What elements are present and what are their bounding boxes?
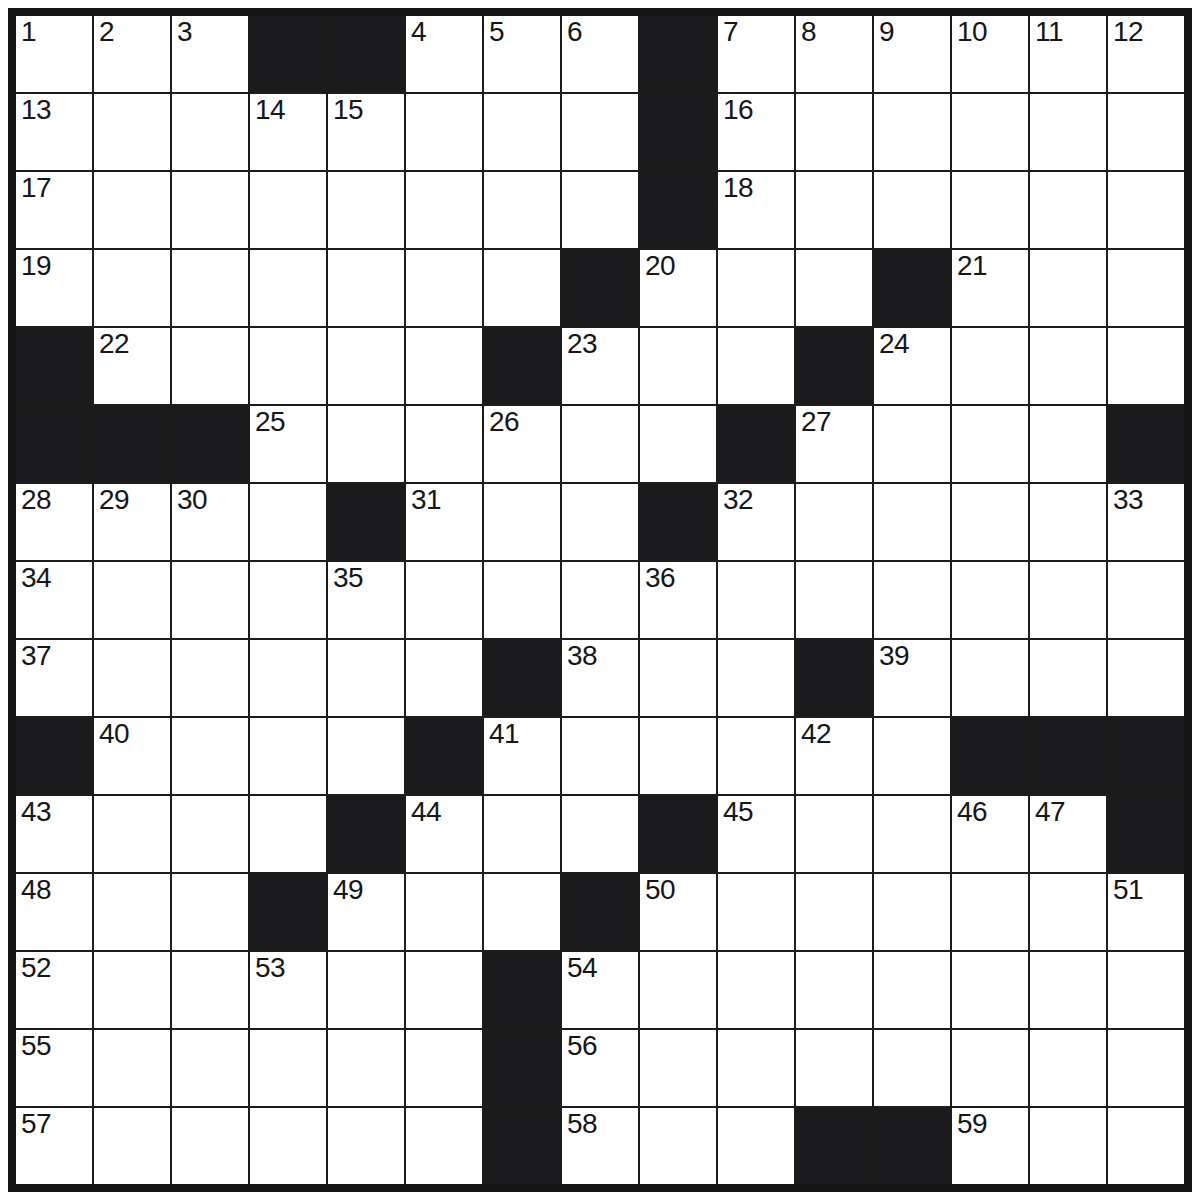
cell-r14c14[interactable]: [1030, 1030, 1106, 1106]
cell-r10c2[interactable]: 40: [94, 718, 170, 794]
clue-number-45: 45: [723, 797, 753, 826]
cell-r8c12[interactable]: [874, 562, 950, 638]
black-square-r10c1: [16, 718, 92, 794]
cell-r8c2[interactable]: [94, 562, 170, 638]
cell-r4c2[interactable]: [94, 250, 170, 326]
cell-r8c14[interactable]: [1030, 562, 1106, 638]
cell-r2c4[interactable]: 14: [250, 94, 326, 170]
clue-number-6: 6: [567, 17, 582, 46]
cell-r9c4[interactable]: [250, 640, 326, 716]
cell-r12c10[interactable]: [718, 874, 794, 950]
cell-r9c2[interactable]: [94, 640, 170, 716]
cell-r1c8[interactable]: 6: [562, 16, 638, 92]
cell-r7c11[interactable]: [796, 484, 872, 560]
cell-r5c8[interactable]: 23: [562, 328, 638, 404]
cell-r3c3[interactable]: [172, 172, 248, 248]
clue-number-23: 23: [567, 329, 597, 358]
cell-r15c14[interactable]: [1030, 1108, 1106, 1184]
black-square-r15c12: [874, 1108, 950, 1184]
cell-r3c1[interactable]: 17: [16, 172, 92, 248]
black-square-r4c8: [562, 250, 638, 326]
cell-r14c1[interactable]: 55: [16, 1030, 92, 1106]
cell-r12c3[interactable]: [172, 874, 248, 950]
black-square-r12c8: [562, 874, 638, 950]
cell-r11c12[interactable]: [874, 796, 950, 872]
cell-r14c15[interactable]: [1108, 1030, 1184, 1106]
cell-r10c10[interactable]: [718, 718, 794, 794]
black-square-r6c1: [16, 406, 92, 482]
cell-r6c7[interactable]: 26: [484, 406, 560, 482]
cell-r13c13[interactable]: [952, 952, 1028, 1028]
clue-number-13: 13: [21, 95, 51, 124]
cell-r12c9[interactable]: 50: [640, 874, 716, 950]
cell-r7c3[interactable]: 30: [172, 484, 248, 560]
clue-number-30: 30: [177, 485, 207, 514]
cell-r7c4[interactable]: [250, 484, 326, 560]
cell-r9c12[interactable]: 39: [874, 640, 950, 716]
clue-number-8: 8: [801, 17, 816, 46]
cell-r8c13[interactable]: [952, 562, 1028, 638]
black-square-r6c15: [1108, 406, 1184, 482]
cell-r13c6[interactable]: [406, 952, 482, 1028]
cell-r1c3[interactable]: 3: [172, 16, 248, 92]
cell-r15c4[interactable]: [250, 1108, 326, 1184]
cell-r8c1[interactable]: 34: [16, 562, 92, 638]
cell-r8c3[interactable]: [172, 562, 248, 638]
cell-r11c4[interactable]: [250, 796, 326, 872]
clue-number-49: 49: [333, 875, 363, 904]
clue-number-21: 21: [957, 251, 987, 280]
cell-r4c10[interactable]: [718, 250, 794, 326]
cell-r3c5[interactable]: [328, 172, 404, 248]
cell-r14c2[interactable]: [94, 1030, 170, 1106]
cell-r8c8[interactable]: [562, 562, 638, 638]
cell-r8c11[interactable]: [796, 562, 872, 638]
cell-r2c1[interactable]: 13: [16, 94, 92, 170]
black-square-r3c9: [640, 172, 716, 248]
cell-r1c10[interactable]: 7: [718, 16, 794, 92]
cell-r6c14[interactable]: [1030, 406, 1106, 482]
clue-number-14: 14: [255, 95, 285, 124]
cell-r2c8[interactable]: [562, 94, 638, 170]
black-square-r12c4: [250, 874, 326, 950]
cell-r4c4[interactable]: [250, 250, 326, 326]
black-square-r9c7: [484, 640, 560, 716]
cell-r1c1[interactable]: 1: [16, 16, 92, 92]
cell-r12c14[interactable]: [1030, 874, 1106, 950]
black-square-r7c5: [328, 484, 404, 560]
cell-r13c10[interactable]: [718, 952, 794, 1028]
cell-r12c1[interactable]: 48: [16, 874, 92, 950]
clue-number-1: 1: [21, 17, 36, 46]
black-square-r6c2: [94, 406, 170, 482]
clue-number-10: 10: [957, 17, 987, 46]
clue-number-19: 19: [21, 251, 51, 280]
cell-r2c10[interactable]: 16: [718, 94, 794, 170]
cell-r12c15[interactable]: 51: [1108, 874, 1184, 950]
cell-r1c7[interactable]: 5: [484, 16, 560, 92]
cell-r15c10[interactable]: [718, 1108, 794, 1184]
cell-r1c6[interactable]: 4: [406, 16, 482, 92]
cell-r8c6[interactable]: [406, 562, 482, 638]
cell-r6c5[interactable]: [328, 406, 404, 482]
cell-r14c13[interactable]: [952, 1030, 1028, 1106]
cell-r11c7[interactable]: [484, 796, 560, 872]
cell-r15c13[interactable]: 59: [952, 1108, 1028, 1184]
black-square-r11c5: [328, 796, 404, 872]
cell-r11c8[interactable]: [562, 796, 638, 872]
cell-r12c12[interactable]: [874, 874, 950, 950]
cell-r13c11[interactable]: [796, 952, 872, 1028]
black-square-r13c7: [484, 952, 560, 1028]
clue-number-25: 25: [255, 407, 285, 436]
clue-number-28: 28: [21, 485, 51, 514]
clue-number-37: 37: [21, 641, 51, 670]
cell-r1c13[interactable]: 10: [952, 16, 1028, 92]
black-square-r15c11: [796, 1108, 872, 1184]
black-square-r11c9: [640, 796, 716, 872]
cell-r12c2[interactable]: [94, 874, 170, 950]
cell-r15c1[interactable]: 57: [16, 1108, 92, 1184]
cell-r10c7[interactable]: 41: [484, 718, 560, 794]
clue-number-40: 40: [99, 719, 129, 748]
cell-r2c3[interactable]: [172, 94, 248, 170]
clue-number-32: 32: [723, 485, 753, 514]
cell-r13c14[interactable]: [1030, 952, 1106, 1028]
clue-number-33: 33: [1113, 485, 1143, 514]
clue-number-36: 36: [645, 563, 675, 592]
cell-r2c6[interactable]: [406, 94, 482, 170]
clue-number-56: 56: [567, 1031, 597, 1060]
clue-number-50: 50: [645, 875, 675, 904]
cell-r14c8[interactable]: 56: [562, 1030, 638, 1106]
cell-r2c2[interactable]: [94, 94, 170, 170]
clue-number-47: 47: [1035, 797, 1065, 826]
clue-number-16: 16: [723, 95, 753, 124]
cell-r4c11[interactable]: [796, 250, 872, 326]
cell-r13c1[interactable]: 52: [16, 952, 92, 1028]
cell-r15c2[interactable]: [94, 1108, 170, 1184]
cell-r13c8[interactable]: 54: [562, 952, 638, 1028]
black-square-r7c9: [640, 484, 716, 560]
cell-r2c12[interactable]: [874, 94, 950, 170]
cell-r14c5[interactable]: [328, 1030, 404, 1106]
cell-r5c13[interactable]: [952, 328, 1028, 404]
crossword-page: 1234567891011121314151617181920212223242…: [0, 0, 1200, 1200]
cell-r4c3[interactable]: [172, 250, 248, 326]
cell-r2c13[interactable]: [952, 94, 1028, 170]
cell-r13c4[interactable]: 53: [250, 952, 326, 1028]
black-square-r10c6: [406, 718, 482, 794]
cell-r9c1[interactable]: 37: [16, 640, 92, 716]
cell-r12c5[interactable]: 49: [328, 874, 404, 950]
cell-r10c8[interactable]: [562, 718, 638, 794]
cell-r14c3[interactable]: [172, 1030, 248, 1106]
cell-r11c11[interactable]: [796, 796, 872, 872]
cell-r15c3[interactable]: [172, 1108, 248, 1184]
cell-r7c8[interactable]: [562, 484, 638, 560]
black-square-r6c10: [718, 406, 794, 482]
cell-r13c3[interactable]: [172, 952, 248, 1028]
cell-r9c5[interactable]: [328, 640, 404, 716]
cell-r8c10[interactable]: [718, 562, 794, 638]
cell-r4c7[interactable]: [484, 250, 560, 326]
cell-r11c1[interactable]: 43: [16, 796, 92, 872]
cell-r5c9[interactable]: [640, 328, 716, 404]
cell-r10c3[interactable]: [172, 718, 248, 794]
clue-number-3: 3: [177, 17, 192, 46]
black-square-r5c1: [16, 328, 92, 404]
cell-r14c10[interactable]: [718, 1030, 794, 1106]
clue-number-27: 27: [801, 407, 831, 436]
cell-r5c14[interactable]: [1030, 328, 1106, 404]
cell-r13c2[interactable]: [94, 952, 170, 1028]
cell-r3c8[interactable]: [562, 172, 638, 248]
clue-number-4: 4: [411, 17, 426, 46]
clue-number-51: 51: [1113, 875, 1143, 904]
cell-r6c13[interactable]: [952, 406, 1028, 482]
cell-r6c9[interactable]: [640, 406, 716, 482]
cell-r11c10[interactable]: 45: [718, 796, 794, 872]
cell-r2c11[interactable]: [796, 94, 872, 170]
cell-r9c8[interactable]: 38: [562, 640, 638, 716]
black-square-r1c5: [328, 16, 404, 92]
clue-number-54: 54: [567, 953, 597, 982]
cell-r9c3[interactable]: [172, 640, 248, 716]
cell-r6c11[interactable]: 27: [796, 406, 872, 482]
cell-r3c10[interactable]: 18: [718, 172, 794, 248]
clue-number-42: 42: [801, 719, 831, 748]
clue-number-15: 15: [333, 95, 363, 124]
cell-r4c13[interactable]: 21: [952, 250, 1028, 326]
black-square-r10c13: [952, 718, 1028, 794]
cell-r5c2[interactable]: 22: [94, 328, 170, 404]
cell-r3c15[interactable]: [1108, 172, 1184, 248]
cell-r15c5[interactable]: [328, 1108, 404, 1184]
cell-r3c11[interactable]: [796, 172, 872, 248]
cell-r15c8[interactable]: 58: [562, 1108, 638, 1184]
clue-number-57: 57: [21, 1109, 51, 1138]
cell-r4c6[interactable]: [406, 250, 482, 326]
clue-number-59: 59: [957, 1109, 987, 1138]
cell-r11c2[interactable]: [94, 796, 170, 872]
cell-r7c14[interactable]: [1030, 484, 1106, 560]
cell-r4c14[interactable]: [1030, 250, 1106, 326]
black-square-r14c7: [484, 1030, 560, 1106]
cell-r7c13[interactable]: [952, 484, 1028, 560]
cell-r6c4[interactable]: 25: [250, 406, 326, 482]
clue-number-43: 43: [21, 797, 51, 826]
cell-r7c15[interactable]: 33: [1108, 484, 1184, 560]
black-square-r5c11: [796, 328, 872, 404]
cell-r9c14[interactable]: [1030, 640, 1106, 716]
cell-r12c7[interactable]: [484, 874, 560, 950]
cell-r7c7[interactable]: [484, 484, 560, 560]
clue-number-12: 12: [1113, 17, 1143, 46]
clue-number-17: 17: [21, 173, 51, 202]
cell-r5c6[interactable]: [406, 328, 482, 404]
cell-r14c12[interactable]: [874, 1030, 950, 1106]
cell-r7c10[interactable]: 32: [718, 484, 794, 560]
cell-r2c5[interactable]: 15: [328, 94, 404, 170]
cell-r11c3[interactable]: [172, 796, 248, 872]
cell-r6c12[interactable]: [874, 406, 950, 482]
cell-r3c7[interactable]: [484, 172, 560, 248]
cell-r6c8[interactable]: [562, 406, 638, 482]
clue-number-31: 31: [411, 485, 441, 514]
cell-r9c6[interactable]: [406, 640, 482, 716]
clue-number-5: 5: [489, 17, 504, 46]
cell-r14c6[interactable]: [406, 1030, 482, 1106]
clue-number-55: 55: [21, 1031, 51, 1060]
clue-number-29: 29: [99, 485, 129, 514]
cell-r14c9[interactable]: [640, 1030, 716, 1106]
cell-r4c1[interactable]: 19: [16, 250, 92, 326]
clue-number-22: 22: [99, 329, 129, 358]
cell-r10c12[interactable]: [874, 718, 950, 794]
cell-r10c5[interactable]: [328, 718, 404, 794]
cell-r13c15[interactable]: [1108, 952, 1184, 1028]
cell-r15c15[interactable]: [1108, 1108, 1184, 1184]
clue-number-38: 38: [567, 641, 597, 670]
black-square-r4c12: [874, 250, 950, 326]
cell-r3c13[interactable]: [952, 172, 1028, 248]
clue-number-20: 20: [645, 251, 675, 280]
cell-r7c1[interactable]: 28: [16, 484, 92, 560]
clue-number-9: 9: [879, 17, 894, 46]
cell-r3c4[interactable]: [250, 172, 326, 248]
crossword-grid: 1234567891011121314151617181920212223242…: [8, 8, 1192, 1192]
clue-number-2: 2: [99, 17, 114, 46]
cell-r1c15[interactable]: 12: [1108, 16, 1184, 92]
clue-number-11: 11: [1035, 17, 1063, 46]
cell-r11c6[interactable]: 44: [406, 796, 482, 872]
cell-r8c7[interactable]: [484, 562, 560, 638]
cell-r10c4[interactable]: [250, 718, 326, 794]
cell-r8c5[interactable]: 35: [328, 562, 404, 638]
clue-number-24: 24: [879, 329, 909, 358]
cell-r4c9[interactable]: 20: [640, 250, 716, 326]
black-square-r6c3: [172, 406, 248, 482]
cell-r8c4[interactable]: [250, 562, 326, 638]
cell-r9c15[interactable]: [1108, 640, 1184, 716]
clue-number-46: 46: [957, 797, 987, 826]
cell-r7c12[interactable]: [874, 484, 950, 560]
cell-r10c11[interactable]: 42: [796, 718, 872, 794]
clue-number-39: 39: [879, 641, 909, 670]
cell-r13c12[interactable]: [874, 952, 950, 1028]
clue-number-58: 58: [567, 1109, 597, 1138]
black-square-r1c4: [250, 16, 326, 92]
clue-number-52: 52: [21, 953, 51, 982]
cell-r2c15[interactable]: [1108, 94, 1184, 170]
cell-r3c6[interactable]: [406, 172, 482, 248]
cell-r10c9[interactable]: [640, 718, 716, 794]
cell-r5c3[interactable]: [172, 328, 248, 404]
cell-r3c2[interactable]: [94, 172, 170, 248]
cell-r9c9[interactable]: [640, 640, 716, 716]
cell-r1c12[interactable]: 9: [874, 16, 950, 92]
cell-r3c12[interactable]: [874, 172, 950, 248]
cell-r5c4[interactable]: [250, 328, 326, 404]
black-square-r2c9: [640, 94, 716, 170]
clue-number-44: 44: [411, 797, 441, 826]
black-square-r1c9: [640, 16, 716, 92]
cell-r1c2[interactable]: 2: [94, 16, 170, 92]
clue-number-53: 53: [255, 953, 285, 982]
cell-r2c14[interactable]: [1030, 94, 1106, 170]
clue-number-18: 18: [723, 173, 753, 202]
clue-number-26: 26: [489, 407, 519, 436]
cell-r5c10[interactable]: [718, 328, 794, 404]
black-square-r5c7: [484, 328, 560, 404]
clue-number-35: 35: [333, 563, 363, 592]
cell-r5c12[interactable]: 24: [874, 328, 950, 404]
black-square-r9c11: [796, 640, 872, 716]
clue-number-48: 48: [21, 875, 51, 904]
cell-r12c13[interactable]: [952, 874, 1028, 950]
black-square-r10c14: [1030, 718, 1106, 794]
cell-r1c14[interactable]: 11: [1030, 16, 1106, 92]
cell-r14c4[interactable]: [250, 1030, 326, 1106]
cell-r14c11[interactable]: [796, 1030, 872, 1106]
cell-r7c6[interactable]: 31: [406, 484, 482, 560]
cell-r12c11[interactable]: [796, 874, 872, 950]
cell-r9c10[interactable]: [718, 640, 794, 716]
cell-r11c14[interactable]: 47: [1030, 796, 1106, 872]
black-square-r10c15: [1108, 718, 1184, 794]
cell-r11c13[interactable]: 46: [952, 796, 1028, 872]
cell-r5c5[interactable]: [328, 328, 404, 404]
cell-r9c13[interactable]: [952, 640, 1028, 716]
cell-r7c2[interactable]: 29: [94, 484, 170, 560]
cell-r6c6[interactable]: [406, 406, 482, 482]
cell-r15c9[interactable]: [640, 1108, 716, 1184]
cell-r13c5[interactable]: [328, 952, 404, 1028]
clue-number-34: 34: [21, 563, 51, 592]
cell-r2c7[interactable]: [484, 94, 560, 170]
cell-r1c11[interactable]: 8: [796, 16, 872, 92]
cell-r8c9[interactable]: 36: [640, 562, 716, 638]
cell-r12c6[interactable]: [406, 874, 482, 950]
cell-r8c15[interactable]: [1108, 562, 1184, 638]
clue-number-41: 41: [489, 719, 519, 748]
clue-number-7: 7: [723, 17, 738, 46]
cell-r3c14[interactable]: [1030, 172, 1106, 248]
black-square-r11c15: [1108, 796, 1184, 872]
cell-r4c5[interactable]: [328, 250, 404, 326]
cell-r4c15[interactable]: [1108, 250, 1184, 326]
cell-r15c6[interactable]: [406, 1108, 482, 1184]
cell-r5c15[interactable]: [1108, 328, 1184, 404]
cell-r13c9[interactable]: [640, 952, 716, 1028]
black-square-r15c7: [484, 1108, 560, 1184]
